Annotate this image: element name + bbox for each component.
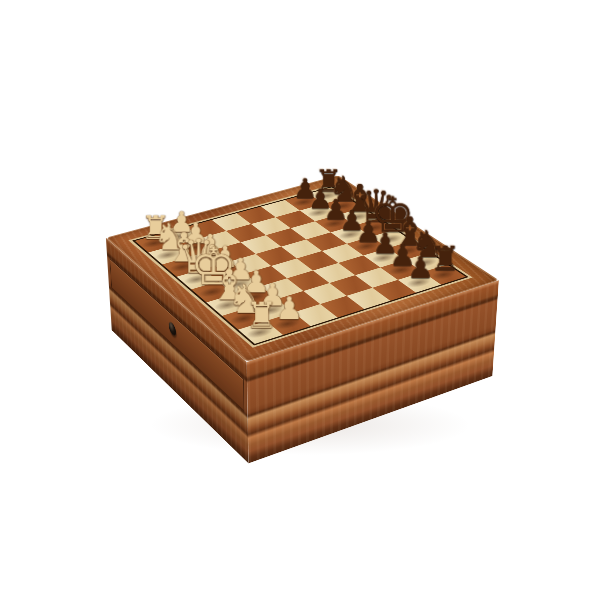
piece-wR-h1[interactable]: ♜: [232, 297, 291, 333]
drawer-knob[interactable]: [168, 320, 176, 338]
chess-case: ♜♟♞♟♝♟♛♟♚♟♝♟♟♞♜♟♟♜♞♟♟♝♟♛♟♚♟♝♟♞♟♜: [106, 175, 499, 362]
product-photo-scene: ♜♟♞♟♝♟♛♟♚♟♝♟♟♞♜♟♟♜♞♟♟♝♟♛♟♚♟♝♟♞♟♜: [0, 0, 600, 600]
piece-bP-h7[interactable]: ♟: [393, 253, 449, 283]
